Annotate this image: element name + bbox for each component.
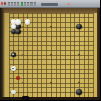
grid-line — [56, 13, 57, 98]
white-stone — [15, 19, 20, 24]
black-stone — [76, 89, 81, 94]
toolbar-button-icon[interactable] — [24, 2, 26, 6]
grid-line — [9, 73, 95, 74]
grid-line — [70, 13, 71, 98]
toolbar-button-icon[interactable] — [34, 2, 36, 6]
ghost-stone — [11, 90, 16, 95]
toolbar-button-icon[interactable] — [17, 2, 19, 6]
grid-line — [84, 13, 85, 98]
toolbar — [8, 2, 36, 6]
white-stone — [11, 24, 16, 29]
board-bottom-edge — [0, 97, 100, 100]
toolbar-button-icon[interactable] — [21, 2, 23, 6]
grid-line — [9, 78, 95, 79]
toolbar-button-icon[interactable] — [11, 2, 13, 6]
toolbar-button-icon[interactable] — [30, 2, 32, 6]
board-top-edge — [0, 8, 100, 13]
grid-line — [9, 87, 95, 88]
grid-line — [9, 69, 95, 70]
grid-line — [93, 13, 94, 98]
red-mark — [16, 76, 21, 81]
titlebar-status-dot-icon — [67, 3, 69, 5]
close-button-icon[interactable] — [1, 2, 4, 5]
white-stone — [25, 19, 30, 24]
grid-line — [74, 13, 75, 98]
window-title — [41, 3, 58, 6]
board-left-edge — [0, 8, 5, 100]
black-stone — [76, 24, 81, 29]
grid-line — [88, 13, 89, 98]
window-titlebar[interactable] — [0, 0, 100, 8]
board-right-edge — [97, 8, 101, 100]
grid-line — [60, 13, 61, 98]
grid-line — [9, 59, 95, 60]
toolbar-button-icon[interactable] — [27, 2, 29, 6]
grid-line — [9, 64, 95, 65]
toolbar-button-icon[interactable] — [8, 2, 10, 6]
grid-line — [65, 13, 66, 98]
minimize-button-icon[interactable] — [4, 2, 7, 5]
black-stone — [15, 29, 20, 34]
go-board[interactable]: B — [0, 8, 100, 100]
black-player-indicator: B — [22, 96, 30, 101]
toolbar-button-icon[interactable] — [14, 2, 16, 6]
